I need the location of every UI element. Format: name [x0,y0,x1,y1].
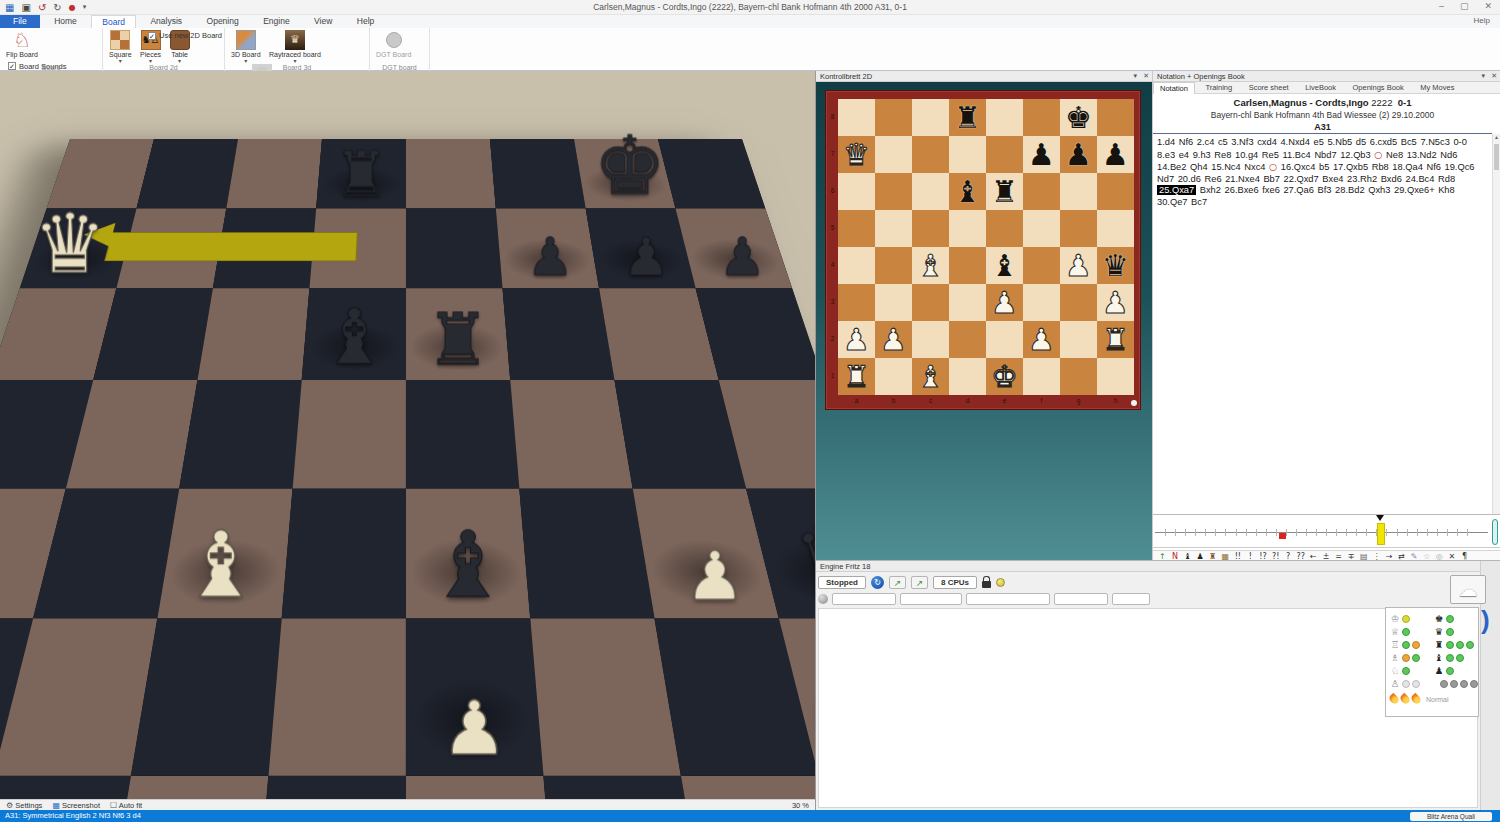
piece3d-black-rook[interactable]: ♜ [406,288,510,380]
square-g1[interactable] [1060,358,1097,395]
square3d-c6[interactable] [197,288,309,380]
black-king[interactable]: ♚ [1060,99,1097,136]
piece3d-black-pawn[interactable]: ♟ [496,208,599,288]
move-9.h3[interactable]: 9.h3 [1193,150,1211,160]
square-g5[interactable] [1060,210,1097,247]
square-b6[interactable] [875,173,912,210]
black-bishop[interactable]: ♝ [986,247,1023,284]
save-icon[interactable]: ▣ [21,0,30,15]
file-label-f: f [1023,397,1060,404]
redo-icon[interactable]: ↻ [53,0,61,15]
move-6.cxd5[interactable]: 6.cxd5 [1370,137,1397,147]
black-pawn-glyph: ♟ [719,233,766,283]
square-a5[interactable] [838,210,875,247]
checkbox-empty-icon: ☐ [110,801,117,810]
black-queen[interactable]: ♛ [1097,247,1134,284]
square-h3[interactable]: ♟ [1097,284,1134,321]
move-Nf6[interactable]: Nf6 [1179,137,1193,147]
square-c7[interactable] [912,136,949,173]
annotation-symbol-♝[interactable]: ♝ [1181,551,1194,561]
dgt-board-button[interactable]: DGT Board [376,30,411,59]
square3d-h8[interactable] [658,139,765,208]
group-board: ♘ Flip Board ✓Board Sounds ✓Coordinates … [0,28,103,71]
piece-glyph: ♜ [1434,639,1444,651]
annotation-symbol-↑[interactable]: ↑ [1156,551,1169,561]
minimize-button[interactable]: – [1439,1,1444,11]
move-Ne8[interactable]: Ne8 [1386,150,1403,160]
rank-label-3: 3 [828,298,837,305]
square3d-c8[interactable] [226,139,322,208]
annotation-toolbar: ↑N♝♟♜▦!!!!??!???←±=∓▤⋮→⇄✎☆◎✕¶ [1153,550,1500,560]
square-g7[interactable]: ♟ [1060,136,1097,173]
white-pawn[interactable]: ♟ [986,284,1023,321]
move-23.Rh2[interactable]: 23.Rh2 [1347,174,1377,184]
move-22.Qxd7[interactable]: 22.Qxd7 [1284,174,1319,184]
side-to-move-indicator [1131,400,1137,406]
assessment-row: ♟ [1434,664,1478,677]
move-17.Qxb5[interactable]: 17.Qxb5 [1333,162,1368,172]
square3d-e7[interactable] [406,208,503,288]
piece3d-black-king[interactable]: ♚ [574,139,675,208]
help-link[interactable]: Help [1474,16,1490,25]
white-pawn[interactable]: ♟ [1097,284,1134,321]
square-g3[interactable] [1060,284,1097,321]
flame-icon [1388,693,1401,706]
move-Re6[interactable]: Re6 [1205,174,1222,184]
move-Bxh2[interactable]: Bxh2 [1200,185,1221,195]
board-2d[interactable]: ♜♚♛♟♟♟♝♜♝♝♟♛♟♟♟♟♟♜♜♝♚ [838,99,1134,395]
square-f8[interactable] [1023,99,1060,136]
square-h4[interactable]: ♛ [1097,247,1134,284]
piece3d-black-bishop[interactable]: ♝ [302,288,406,380]
move-8.e3[interactable]: 8.e3 [1157,150,1175,160]
move-16.Qxc4[interactable]: 16.Qxc4 [1281,162,1316,172]
square3d-c5[interactable] [179,380,302,489]
square-h1[interactable] [1097,358,1134,395]
notation-scrollbar[interactable]: ▲ [1492,134,1500,514]
square-d6[interactable]: ♝ [949,173,986,210]
move-Rb8[interactable]: Rb8 [1372,162,1389,172]
white-rook[interactable]: ♜ [1097,321,1134,358]
square-e4[interactable]: ♝ [986,247,1023,284]
square-d3[interactable] [949,284,986,321]
annotation-symbol-!![interactable]: !! [1232,551,1245,561]
undo-icon[interactable]: ↺ [38,0,46,15]
tab-livebook[interactable]: LiveBook [1299,82,1342,94]
square-d2[interactable] [949,321,986,358]
square-b5[interactable] [875,210,912,247]
move-26.Bxe6[interactable]: 26.Bxe6 [1225,185,1259,195]
square-c8[interactable] [912,99,949,136]
customize-caret-icon[interactable]: ▾ [83,0,87,15]
eval-tick [1175,529,1176,536]
piece3d-black-rook[interactable]: ♜ [316,139,406,208]
dropdown-caret-icon: ▾ [293,59,296,64]
kontrollbrett-titlebar[interactable]: Kontrollbrett 2D [816,71,1152,82]
square-d5[interactable] [949,210,986,247]
annotation-symbol-?[interactable]: ? [1282,551,1295,561]
move-e5[interactable]: e5 [1313,137,1323,147]
square-e6[interactable]: ♜ [986,173,1023,210]
black-pawn[interactable]: ♟ [1097,136,1134,173]
annotation-symbol-→[interactable]: → [1383,551,1396,561]
square3d-d3[interactable] [269,618,406,775]
square-h8[interactable] [1097,99,1134,136]
move-2.c4[interactable]: 2.c4 [1197,137,1215,147]
annotation-symbol-⋮[interactable]: ⋮ [1370,551,1383,561]
move-30.Qe7[interactable]: 30.Qe7 [1157,197,1188,207]
square-a2[interactable]: ♟ [838,321,875,358]
square-e5[interactable] [986,210,1023,247]
assessment-dot-green [1412,654,1420,662]
move-29.Qxe6+[interactable]: 29.Qxe6+ [1394,185,1435,195]
move-Nxc4[interactable]: Nxc4 [1244,162,1265,172]
board-3d[interactable]: ♜♚♛♟♟♟♝♜♝♝♟♛♟♟♟♟♟♜♜♝♚ [0,139,815,799]
panel-menu-caret-icon[interactable]: ▾ [1134,72,1138,80]
tab-openings-book[interactable]: Openings Book [1346,82,1409,94]
square-a8[interactable] [838,99,875,136]
close-button[interactable]: ✕ [1484,1,1492,11]
assessment-row: ♘ [1390,664,1434,677]
annotation-symbol-←[interactable]: ← [1307,551,1320,561]
record-icon[interactable]: ● [69,0,76,15]
board-3d-button[interactable]: 3D Board▾ [231,30,261,64]
move-Rd8[interactable]: Rd8 [1438,174,1455,184]
move-18.Qa4[interactable]: 18.Qa4 [1392,162,1423,172]
square-f3[interactable] [1023,284,1060,321]
eval-tick [1246,529,1247,536]
ribbon: File Home Board Analysis Opening Engine … [0,15,1500,71]
annotation-symbol-⇄[interactable]: ⇄ [1395,551,1408,561]
square-g6[interactable] [1060,173,1097,210]
square-e2[interactable] [986,321,1023,358]
checkbox-use-new-2d-board[interactable]: ✓Use new 2D Board [148,31,222,40]
black-pawn[interactable]: ♟ [1060,136,1097,173]
piece3d-white-pawn[interactable]: ♟ [0,775,131,799]
eval-tick [1316,529,1317,536]
square3d-e8[interactable] [406,139,496,208]
square-d8[interactable]: ♜ [949,99,986,136]
tab-notation[interactable]: Notation [1153,82,1195,94]
move-Bxd6[interactable]: Bxd6 [1381,174,1402,184]
notation-titlebar[interactable]: Notation + Openings Book [1153,71,1500,82]
eval-tick [1437,529,1438,536]
square-g4[interactable]: ♟ [1060,247,1097,284]
white-bishop[interactable]: ♝ [912,247,949,284]
square3d-e2[interactable] [406,775,560,799]
move-11.Bc4[interactable]: 11.Bc4 [1283,150,1311,160]
piece3d-white-bishop[interactable]: ♝ [157,489,292,618]
black-pawn[interactable]: ♟ [1023,136,1060,173]
piece-glyph: ♛ [1434,626,1444,638]
square-b3[interactable] [875,284,912,321]
annotation-symbol-![interactable]: ! [1244,551,1257,561]
square-b2[interactable]: ♟ [875,321,912,358]
expand-chevron-icon[interactable]: ) [1481,607,1490,633]
annotation-symbol-✕[interactable]: ✕ [1446,551,1459,561]
annotation-symbol-▦[interactable]: ▦ [1219,551,1232,561]
eval-tick [1205,529,1206,536]
square3d-d4[interactable] [282,489,406,618]
white-pawn[interactable]: ♟ [875,321,912,358]
move-1.d4[interactable]: 1.d4 [1157,137,1175,147]
tab-opening[interactable]: Opening [197,15,249,28]
square3d-f4[interactable] [519,489,654,618]
tab-my-moves[interactable]: My Moves [1414,82,1460,94]
move-Bc7[interactable]: Bc7 [1191,197,1207,207]
annotation-symbol-☆[interactable]: ☆ [1420,551,1433,561]
tab-analysis[interactable]: Analysis [140,15,192,28]
tab-board[interactable]: Board [91,15,136,28]
square-d4[interactable] [949,247,986,284]
tab-view[interactable]: View [304,15,342,28]
square-c6[interactable] [912,173,949,210]
move-14.Be2[interactable]: 14.Be2 [1157,162,1186,172]
move-fxe6[interactable]: fxe6 [1262,185,1280,195]
cloud-engine-button[interactable]: ☁ [1450,575,1486,604]
square-f4[interactable] [1023,247,1060,284]
tab-help[interactable]: Help [347,15,384,28]
square-d7[interactable] [949,136,986,173]
white-queen[interactable]: ♛ [838,136,875,173]
screenshot-button[interactable]: ▦ Screenshot [52,801,100,810]
annotation-symbol-=[interactable]: = [1332,551,1345,561]
annotation-symbol-!?[interactable]: !? [1257,551,1270,561]
move-21.Nxe4[interactable]: 21.Nxe4 [1225,174,1260,184]
move-e4[interactable]: e4 [1179,150,1189,160]
move-Nd6[interactable]: Nd6 [1440,150,1457,160]
white-king[interactable]: ♚ [986,358,1023,395]
annotation-symbol-◎[interactable]: ◎ [1433,551,1446,561]
white-pawn-glyph: ♟ [441,694,508,765]
square-c4[interactable]: ♝ [912,247,949,284]
assessment-dot-green [1456,654,1464,662]
square3d-f8[interactable] [490,139,586,208]
evaluation-graph[interactable] [1153,514,1500,548]
square-e1[interactable]: ♚ [986,358,1023,395]
move-25.Qxa7[interactable]: 25.Qxa7 [1157,185,1196,195]
move-c5[interactable]: c5 [1218,137,1228,147]
move-4.Nxd4[interactable]: 4.Nxd4 [1280,137,1309,147]
move-7.N5c3[interactable]: 7.N5c3 [1420,137,1449,147]
engine-titlebar[interactable]: Engine Fritz 18 [816,561,1500,572]
white-pawn[interactable]: ♟ [1060,247,1097,284]
white-pawn-glyph: ♟ [685,545,746,609]
board-window-icon[interactable]: ▦ [5,0,14,15]
square3d-d7[interactable] [309,208,406,288]
square-b4[interactable] [875,247,912,284]
annotation-circle[interactable]: ○ [1374,149,1382,160]
move-Nf6[interactable]: Nf6 [1426,162,1440,172]
move-Qh4[interactable]: Qh4 [1190,162,1208,172]
tab-file[interactable]: File [0,15,40,28]
square3d-f6[interactable] [503,288,615,380]
annotation-circle[interactable]: ○ [1269,161,1277,172]
move-0-0[interactable]: 0-0 [1453,137,1466,147]
engine-output-area [818,608,1478,808]
annotation-symbol-¶[interactable]: ¶ [1458,551,1471,561]
white-pawn[interactable]: ♟ [1023,321,1060,358]
hint-bulb-icon[interactable] [996,578,1005,587]
square-b8[interactable] [875,99,912,136]
assessment-dot-dark [1450,680,1458,688]
square3d-g2[interactable] [681,775,815,799]
white-pawn[interactable]: ♟ [838,321,875,358]
piece3d-white-pawn[interactable]: ♟ [406,618,543,775]
move-Nd7[interactable]: Nd7 [1157,174,1174,184]
square-d1[interactable] [949,358,986,395]
panel-menu-caret-icon[interactable]: ▾ [1482,72,1486,80]
move-b5[interactable]: b5 [1319,162,1329,172]
restart-engine-icon[interactable]: ↻ [871,576,884,589]
square3d-b8[interactable] [137,139,238,208]
autofit-checkbox[interactable]: ☐ Auto fit [110,801,142,810]
piece3d-black-bishop[interactable]: ♝ [406,489,530,618]
tab-engine[interactable]: Engine [253,15,299,28]
assessment-row: ♚ [1434,612,1478,625]
assessment-dot-green [1446,641,1454,649]
annotation-symbol-±[interactable]: ± [1320,551,1333,561]
assessment-dot-green [1446,654,1454,662]
move-Bb7[interactable]: Bb7 [1263,174,1280,184]
move-27.Qa6[interactable]: 27.Qa6 [1283,185,1314,195]
move-Bf3[interactable]: Bf3 [1318,185,1332,195]
square-g8[interactable]: ♚ [1060,99,1097,136]
move-24.Bc4[interactable]: 24.Bc4 [1405,174,1434,184]
square3d-f5[interactable] [510,380,633,489]
move-3.Nf3[interactable]: 3.Nf3 [1231,137,1253,147]
flip-board-button[interactable]: ♘ Flip Board [6,30,38,59]
group-label-board-3d: Board 3d [225,64,369,71]
square-e8[interactable] [986,99,1023,136]
tab-score-sheet[interactable]: Score sheet [1243,82,1295,94]
square-h6[interactable] [1097,173,1134,210]
raytraced-board-button[interactable]: ♛ Raytraced board▾ [269,30,321,64]
move-Qxh3[interactable]: Qxh3 [1368,185,1390,195]
assessment-dot-green [1446,628,1454,636]
eval-position-triangle-icon [1376,515,1384,521]
square-c5[interactable] [912,210,949,247]
square-c1[interactable]: ♝ [912,358,949,395]
white-rook[interactable]: ♜ [838,358,875,395]
annotation-symbol-∓[interactable]: ∓ [1345,551,1358,561]
eval-slider-handle[interactable] [1492,519,1498,545]
board-2d-frame: ♜♚♛♟♟♟♝♜♝♝♟♛♟♟♟♟♟♜♜♝♚ 87654321 abcdefgh [825,90,1141,410]
square-e3[interactable]: ♟ [986,284,1023,321]
move-10.g4[interactable]: 10.g4 [1235,150,1258,160]
annotation-symbol-♜[interactable]: ♜ [1206,551,1219,561]
square-e7[interactable] [986,136,1023,173]
cloud-icon: ☁ [1459,578,1478,600]
annotation-symbol-♟[interactable]: ♟ [1194,551,1207,561]
lock-icon[interactable] [982,581,991,588]
maximize-button[interactable]: ▢ [1460,1,1469,11]
annotation-symbol-N[interactable]: N [1169,551,1182,561]
annotation-symbol-▤[interactable]: ▤ [1358,551,1371,561]
titlebar: ▦ ▣ ↺ ↻ ● ▾ Carlsen,Magnus - Cordts,Ingo… [0,0,1500,15]
square-a3[interactable] [838,284,875,321]
panel-close-icon[interactable]: ✕ [1143,72,1149,80]
square3d-d2[interactable] [252,775,406,799]
black-rook[interactable]: ♜ [949,99,986,136]
engine-status-button[interactable]: Stopped [818,576,866,589]
square3d-d5[interactable] [293,380,406,489]
piece3d-white-queen[interactable]: ♛ [20,208,137,288]
cpu-count-button[interactable]: 8 CPUs [933,576,977,589]
move-Kh8[interactable]: Kh8 [1438,185,1455,195]
square-c2[interactable] [912,321,949,358]
square-f5[interactable] [1023,210,1060,247]
square-h2[interactable]: ♜ [1097,321,1134,358]
move-Bc5[interactable]: Bc5 [1401,137,1417,147]
square3d-c7[interactable] [213,208,316,288]
square-button[interactable]: Square▾ [109,30,132,64]
panel-close-icon[interactable]: ✕ [1491,72,1497,80]
move-28.Bd2[interactable]: 28.Bd2 [1335,185,1364,195]
annotation-symbol-?![interactable]: ?! [1269,551,1282,561]
settings-button[interactable]: ⚙ Settings [6,801,42,810]
annotation-symbol-✎[interactable]: ✎ [1408,551,1421,561]
square-a7[interactable]: ♛ [838,136,875,173]
assessment-dot-dark [1460,680,1468,688]
square-f7[interactable]: ♟ [1023,136,1060,173]
move-Nbd7[interactable]: Nbd7 [1314,150,1336,160]
square-g2[interactable] [1060,321,1097,358]
deepen-analysis-icon[interactable]: ↗ [889,576,906,589]
window-controls: – ▢ ✕ [1439,1,1492,11]
square3d-c3[interactable] [131,618,282,775]
square-a4[interactable] [838,247,875,284]
move-19.Qc6[interactable]: 19.Qc6 [1445,162,1475,172]
square-b1[interactable] [875,358,912,395]
move-cxd4[interactable]: cxd4 [1257,137,1277,147]
move-15.Nc4[interactable]: 15.Nc4 [1211,162,1240,172]
scrollbar-thumb[interactable] [1494,144,1499,170]
square-a1[interactable]: ♜ [838,358,875,395]
square-f2[interactable]: ♟ [1023,321,1060,358]
square3d-e5[interactable] [406,380,519,489]
blitz-arena-quali-button[interactable]: Blitz Arena Quali [1410,812,1492,821]
square-f1[interactable] [1023,358,1060,395]
annotation-symbol-??[interactable]: ?? [1295,551,1308,561]
white-bishop[interactable]: ♝ [912,358,949,395]
move-d5[interactable]: d5 [1356,137,1366,147]
square-c3[interactable] [912,284,949,321]
black-bishop[interactable]: ♝ [949,173,986,210]
move-5.Nb5[interactable]: 5.Nb5 [1327,137,1352,147]
move-13.Nd2[interactable]: 13.Nd2 [1407,150,1437,160]
tab-home[interactable]: Home [44,15,87,28]
next-line-icon[interactable]: ↗ [911,576,928,589]
piece-glyph: ♟ [1434,665,1444,677]
square-h5[interactable] [1097,210,1134,247]
move-20.d6[interactable]: 20.d6 [1178,174,1201,184]
rank-label-1: 1 [828,372,837,379]
black-rook[interactable]: ♜ [986,173,1023,210]
square-f6[interactable] [1023,173,1060,210]
move-Re8[interactable]: Re8 [1214,150,1231,160]
move-12.Qb3[interactable]: 12.Qb3 [1340,150,1371,160]
assessment-dot-green [1456,641,1464,649]
move-Bxe4[interactable]: Bxe4 [1322,174,1343,184]
square-b7[interactable] [875,136,912,173]
tab-training[interactable]: Training [1199,82,1238,94]
piece-assessment-panel: ♔♕♖♗♘♙ ♚♛♜♝♟ Normal [1385,607,1479,717]
square-a6[interactable] [838,173,875,210]
square-h7[interactable]: ♟ [1097,136,1134,173]
move-Re5[interactable]: Re5 [1262,150,1279,160]
piece3d-black-pawn[interactable]: ♟ [675,208,792,288]
